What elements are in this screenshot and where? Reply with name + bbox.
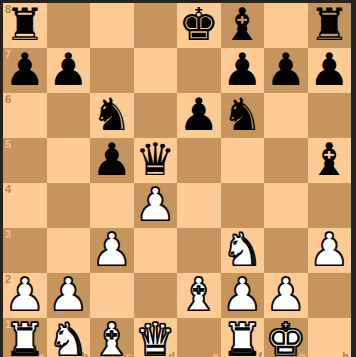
square-f2[interactable]: ♟ (221, 273, 265, 318)
square-d5[interactable]: ♛ (134, 138, 178, 183)
white-queen-icon[interactable]: ♛ (135, 317, 175, 357)
square-f7[interactable]: ♟ (221, 48, 265, 93)
white-pawn-icon[interactable]: ♟ (266, 272, 306, 317)
black-knight-icon[interactable]: ♞ (222, 92, 262, 137)
square-e2[interactable]: ♝ (177, 273, 221, 318)
white-pawn-icon[interactable]: ♟ (92, 227, 132, 272)
square-b8[interactable] (47, 3, 91, 48)
square-g6[interactable] (264, 93, 308, 138)
square-d2[interactable] (134, 273, 178, 318)
square-f1[interactable]: f♜ (221, 318, 265, 357)
black-pawn-icon[interactable]: ♟ (309, 47, 349, 92)
square-f4[interactable] (221, 183, 265, 228)
square-c2[interactable] (90, 273, 134, 318)
square-c6[interactable]: ♞ (90, 93, 134, 138)
square-f3[interactable]: ♞ (221, 228, 265, 273)
square-a4[interactable]: 4 (3, 183, 47, 228)
white-pawn-icon[interactable]: ♟ (222, 272, 262, 317)
black-queen-icon[interactable]: ♛ (135, 137, 175, 182)
rank-label-5: 5 (5, 139, 11, 150)
black-rook-icon[interactable]: ♜ (5, 2, 45, 47)
square-h4[interactable] (308, 183, 352, 228)
white-pawn-icon[interactable]: ♟ (5, 272, 45, 317)
square-d7[interactable] (134, 48, 178, 93)
square-d6[interactable] (134, 93, 178, 138)
black-pawn-icon[interactable]: ♟ (92, 137, 132, 182)
rank-label-3: 3 (5, 229, 11, 240)
square-g8[interactable] (264, 3, 308, 48)
square-f6[interactable]: ♞ (221, 93, 265, 138)
black-pawn-icon[interactable]: ♟ (266, 47, 306, 92)
square-a1[interactable]: 1a♜ (3, 318, 47, 357)
file-label-h: h (342, 351, 349, 357)
square-d3[interactable] (134, 228, 178, 273)
black-pawn-icon[interactable]: ♟ (179, 92, 219, 137)
square-f8[interactable]: ♝ (221, 3, 265, 48)
square-a2[interactable]: 2♟ (3, 273, 47, 318)
white-rook-icon[interactable]: ♜ (222, 317, 262, 357)
rank-label-6: 6 (5, 94, 11, 105)
square-b7[interactable]: ♟ (47, 48, 91, 93)
white-king-icon[interactable]: ♚ (266, 317, 306, 357)
square-g2[interactable]: ♟ (264, 273, 308, 318)
white-knight-icon[interactable]: ♞ (222, 227, 262, 272)
square-d4[interactable]: ♟ (134, 183, 178, 228)
square-a3[interactable]: 3 (3, 228, 47, 273)
square-c3[interactable]: ♟ (90, 228, 134, 273)
square-e6[interactable]: ♟ (177, 93, 221, 138)
square-b2[interactable]: ♟ (47, 273, 91, 318)
square-c7[interactable] (90, 48, 134, 93)
black-king-icon[interactable]: ♚ (179, 2, 219, 47)
square-b3[interactable] (47, 228, 91, 273)
square-g5[interactable] (264, 138, 308, 183)
white-pawn-icon[interactable]: ♟ (309, 227, 349, 272)
white-rook-icon[interactable]: ♜ (5, 317, 45, 357)
black-pawn-icon[interactable]: ♟ (222, 47, 262, 92)
square-b4[interactable] (47, 183, 91, 228)
chess-board-frame: 8♜♚♝♜7♟♟♟♟♟6♞♟♞5♟♛♝4♟3♟♞♟2♟♟♝♟♟1a♜b♞c♝d♛… (0, 0, 356, 357)
square-h1[interactable]: h (308, 318, 352, 357)
square-c1[interactable]: c♝ (90, 318, 134, 357)
black-bishop-icon[interactable]: ♝ (222, 2, 262, 47)
square-g3[interactable] (264, 228, 308, 273)
square-f5[interactable] (221, 138, 265, 183)
white-bishop-icon[interactable]: ♝ (179, 272, 219, 317)
square-c8[interactable] (90, 3, 134, 48)
square-e3[interactable] (177, 228, 221, 273)
chess-board: 8♜♚♝♜7♟♟♟♟♟6♞♟♞5♟♛♝4♟3♟♞♟2♟♟♝♟♟1a♜b♞c♝d♛… (3, 3, 351, 351)
square-b6[interactable] (47, 93, 91, 138)
file-label-e: e (212, 351, 218, 357)
square-c5[interactable]: ♟ (90, 138, 134, 183)
black-rook-icon[interactable]: ♜ (309, 2, 349, 47)
white-pawn-icon[interactable]: ♟ (135, 182, 175, 227)
square-h6[interactable] (308, 93, 352, 138)
square-c4[interactable] (90, 183, 134, 228)
square-e8[interactable]: ♚ (177, 3, 221, 48)
white-knight-icon[interactable]: ♞ (48, 317, 88, 357)
square-h3[interactable]: ♟ (308, 228, 352, 273)
white-pawn-icon[interactable]: ♟ (48, 272, 88, 317)
square-a7[interactable]: 7♟ (3, 48, 47, 93)
square-d1[interactable]: d♛ (134, 318, 178, 357)
square-a6[interactable]: 6 (3, 93, 47, 138)
square-h2[interactable] (308, 273, 352, 318)
square-h5[interactable]: ♝ (308, 138, 352, 183)
square-h8[interactable]: ♜ (308, 3, 352, 48)
square-e4[interactable] (177, 183, 221, 228)
square-g4[interactable] (264, 183, 308, 228)
square-g1[interactable]: g♚ (264, 318, 308, 357)
square-b5[interactable] (47, 138, 91, 183)
square-e7[interactable] (177, 48, 221, 93)
white-bishop-icon[interactable]: ♝ (92, 317, 132, 357)
black-pawn-icon[interactable]: ♟ (5, 47, 45, 92)
black-pawn-icon[interactable]: ♟ (48, 47, 88, 92)
square-e5[interactable] (177, 138, 221, 183)
black-knight-icon[interactable]: ♞ (92, 92, 132, 137)
square-h7[interactable]: ♟ (308, 48, 352, 93)
rank-label-4: 4 (5, 184, 11, 195)
square-g7[interactable]: ♟ (264, 48, 308, 93)
square-e1[interactable]: e (177, 318, 221, 357)
square-a5[interactable]: 5 (3, 138, 47, 183)
black-bishop-icon[interactable]: ♝ (309, 137, 349, 182)
square-b1[interactable]: b♞ (47, 318, 91, 357)
square-d8[interactable] (134, 3, 178, 48)
square-a8[interactable]: 8♜ (3, 3, 47, 48)
